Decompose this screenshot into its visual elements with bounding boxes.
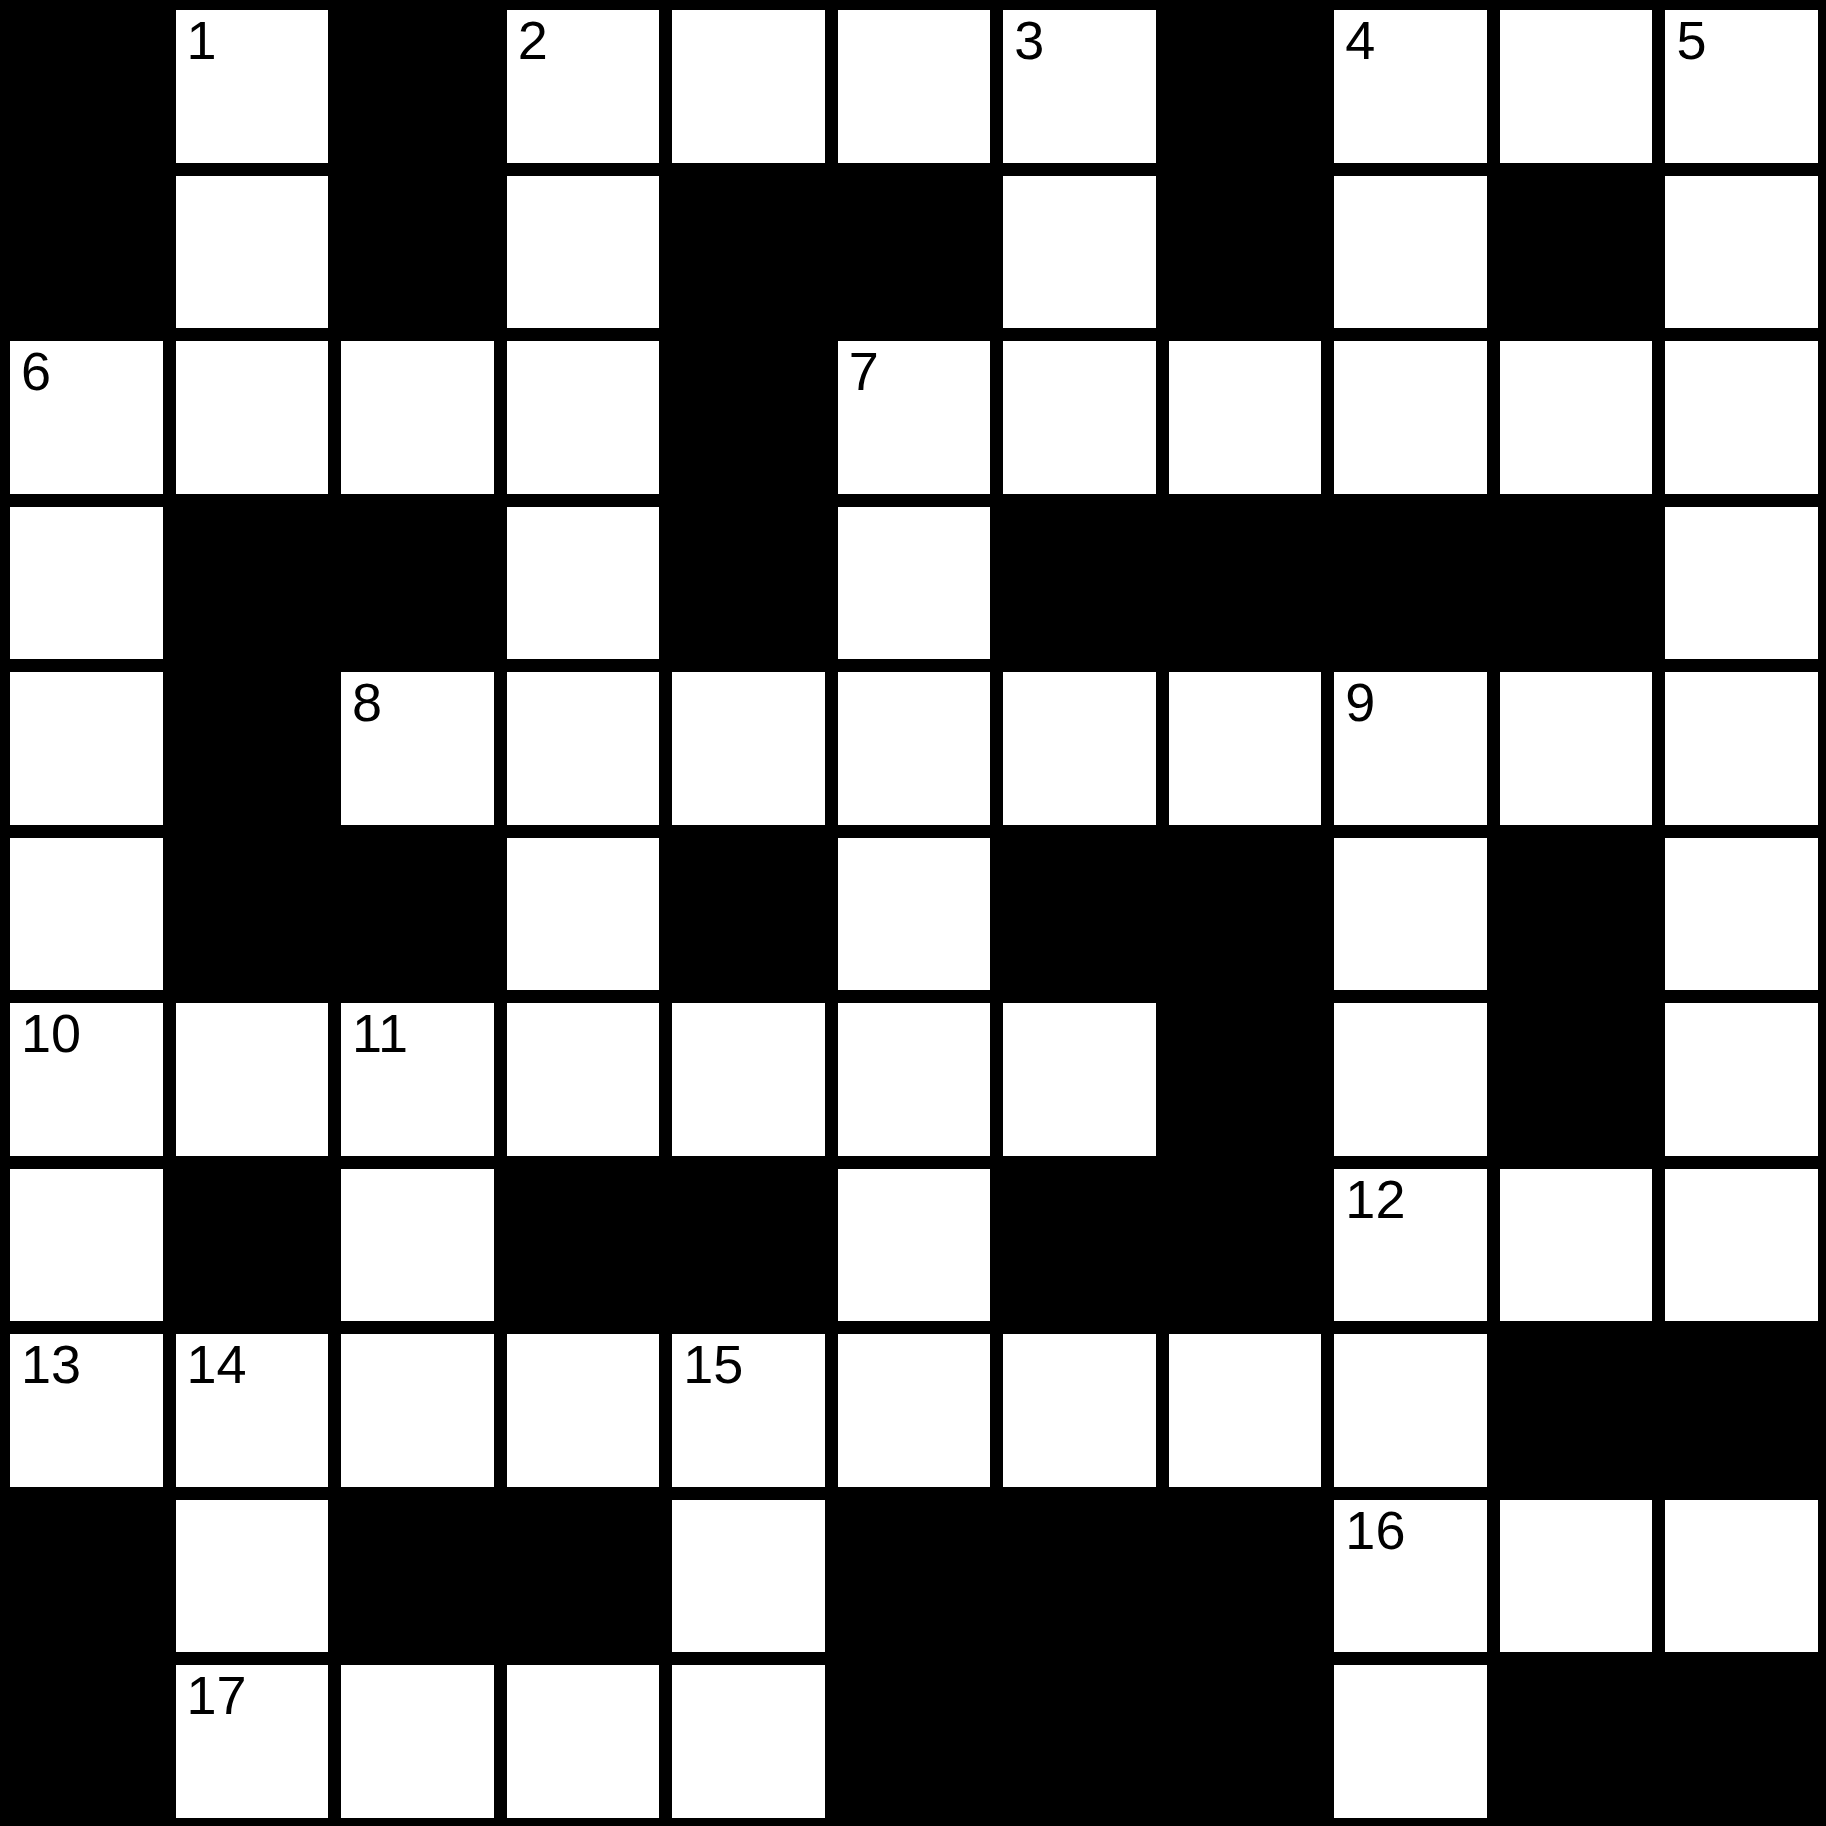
grid-cell[interactable]: 8 <box>341 672 494 825</box>
grid-cell[interactable] <box>1169 672 1322 825</box>
black-cell <box>1500 1665 1653 1818</box>
grid-cell[interactable]: 10 <box>10 1003 163 1156</box>
grid-cell[interactable] <box>10 838 163 991</box>
grid-cell[interactable]: 16 <box>1334 1500 1487 1653</box>
grid-cell[interactable] <box>1003 672 1156 825</box>
clue-number: 7 <box>849 343 879 400</box>
black-cell <box>10 10 163 163</box>
grid-cell[interactable]: 13 <box>10 1334 163 1487</box>
grid-cell[interactable] <box>10 672 163 825</box>
black-cell <box>10 176 163 329</box>
grid-cell[interactable]: 15 <box>672 1334 825 1487</box>
black-cell <box>1003 1665 1156 1818</box>
grid-cell[interactable] <box>1665 838 1818 991</box>
black-cell <box>1169 1665 1322 1818</box>
grid-cell[interactable] <box>1334 1334 1487 1487</box>
black-cell <box>1169 176 1322 329</box>
clue-number: 16 <box>1345 1502 1405 1559</box>
black-cell <box>1500 507 1653 660</box>
grid-cell[interactable]: 6 <box>10 341 163 494</box>
clue-number: 5 <box>1676 12 1706 69</box>
grid-cell[interactable]: 12 <box>1334 1169 1487 1322</box>
grid-cell[interactable] <box>1665 507 1818 660</box>
grid-cell[interactable] <box>672 1500 825 1653</box>
black-cell <box>1003 1169 1156 1322</box>
grid-cell[interactable] <box>838 838 991 991</box>
clue-number: 14 <box>187 1336 247 1393</box>
black-cell <box>838 176 991 329</box>
grid-cell[interactable] <box>1169 1334 1322 1487</box>
clue-number: 1 <box>187 12 217 69</box>
grid-cell[interactable] <box>1665 1500 1818 1653</box>
grid-cell[interactable]: 9 <box>1334 672 1487 825</box>
grid-cell[interactable] <box>1003 1334 1156 1487</box>
grid-cell[interactable] <box>176 1500 329 1653</box>
grid-cell[interactable] <box>1003 341 1156 494</box>
grid-cell[interactable] <box>1003 176 1156 329</box>
clue-number: 10 <box>21 1005 81 1062</box>
black-cell <box>672 1169 825 1322</box>
black-cell <box>176 838 329 991</box>
grid-cell[interactable] <box>341 1169 494 1322</box>
grid-cell[interactable] <box>507 341 660 494</box>
black-cell <box>672 838 825 991</box>
black-cell <box>672 507 825 660</box>
clue-number: 3 <box>1014 12 1044 69</box>
grid-cell[interactable]: 7 <box>838 341 991 494</box>
black-cell <box>1500 1334 1653 1487</box>
grid-cell[interactable] <box>176 341 329 494</box>
clue-number: 12 <box>1345 1171 1405 1228</box>
grid-cell[interactable] <box>1665 1169 1818 1322</box>
grid-cell[interactable] <box>838 672 991 825</box>
grid-cell[interactable] <box>672 1003 825 1156</box>
grid-cell[interactable] <box>672 10 825 163</box>
grid-cell[interactable] <box>1334 838 1487 991</box>
grid-cell[interactable]: 4 <box>1334 10 1487 163</box>
black-cell <box>1169 1003 1322 1156</box>
grid-cell[interactable] <box>1500 672 1653 825</box>
grid-cell[interactable]: 2 <box>507 10 660 163</box>
grid-cell[interactable] <box>176 1003 329 1156</box>
black-cell <box>176 672 329 825</box>
grid-cell[interactable] <box>1500 341 1653 494</box>
black-cell <box>1003 507 1156 660</box>
black-cell <box>176 1169 329 1322</box>
grid-cell[interactable] <box>341 341 494 494</box>
grid-cell[interactable] <box>1334 341 1487 494</box>
grid-cell[interactable] <box>507 176 660 329</box>
clue-number: 2 <box>518 12 548 69</box>
black-cell <box>1003 1500 1156 1653</box>
grid-cell[interactable] <box>1665 1003 1818 1156</box>
black-cell <box>507 1500 660 1653</box>
grid-cell[interactable] <box>10 507 163 660</box>
black-cell <box>1334 507 1487 660</box>
black-cell <box>672 341 825 494</box>
grid-cell[interactable] <box>1500 1500 1653 1653</box>
crossword-grid: 1234567891011121314151617 <box>0 0 1826 1826</box>
grid-cell[interactable] <box>507 838 660 991</box>
black-cell <box>507 1169 660 1322</box>
grid-cell[interactable] <box>507 507 660 660</box>
black-cell <box>176 507 329 660</box>
clue-number: 17 <box>187 1667 247 1724</box>
grid-cell[interactable] <box>1500 10 1653 163</box>
grid-cell[interactable] <box>838 1003 991 1156</box>
clue-number: 11 <box>352 1005 408 1062</box>
black-cell <box>1169 507 1322 660</box>
grid-cell[interactable] <box>507 1003 660 1156</box>
black-cell <box>1169 838 1322 991</box>
black-cell <box>1003 838 1156 991</box>
black-cell <box>1665 1334 1818 1487</box>
grid-cell[interactable]: 3 <box>1003 10 1156 163</box>
grid-cell[interactable] <box>507 1334 660 1487</box>
grid-cell[interactable] <box>1500 1169 1653 1322</box>
grid-cell[interactable] <box>10 1169 163 1322</box>
grid-cell[interactable] <box>672 1665 825 1818</box>
black-cell <box>1500 838 1653 991</box>
black-cell <box>838 1500 991 1653</box>
grid-cell[interactable] <box>838 1334 991 1487</box>
black-cell <box>341 176 494 329</box>
black-cell <box>672 176 825 329</box>
black-cell <box>10 1665 163 1818</box>
black-cell <box>341 1500 494 1653</box>
grid-cell[interactable] <box>341 1334 494 1487</box>
grid-cell[interactable] <box>1665 176 1818 329</box>
black-cell <box>1500 1003 1653 1156</box>
grid-cell[interactable] <box>672 672 825 825</box>
grid-cell[interactable]: 17 <box>176 1665 329 1818</box>
grid-cell[interactable] <box>1334 1665 1487 1818</box>
grid-cell[interactable]: 5 <box>1665 10 1818 163</box>
grid-cell[interactable] <box>1665 672 1818 825</box>
black-cell <box>1169 1500 1322 1653</box>
clue-number: 4 <box>1345 12 1375 69</box>
grid-cell[interactable]: 11 <box>341 1003 494 1156</box>
grid-cell[interactable] <box>507 1665 660 1818</box>
grid-cell[interactable] <box>838 10 991 163</box>
grid-cell[interactable]: 14 <box>176 1334 329 1487</box>
grid-cell[interactable] <box>1003 1003 1156 1156</box>
black-cell <box>1169 10 1322 163</box>
grid-cell[interactable] <box>1169 341 1322 494</box>
black-cell <box>341 10 494 163</box>
grid-cell[interactable] <box>176 176 329 329</box>
grid-cell[interactable] <box>1665 341 1818 494</box>
black-cell <box>1665 1665 1818 1818</box>
clue-number: 6 <box>21 343 51 400</box>
clue-number: 15 <box>683 1336 743 1393</box>
black-cell <box>10 1500 163 1653</box>
clue-number: 9 <box>1345 674 1375 731</box>
black-cell <box>341 507 494 660</box>
black-cell <box>1500 176 1653 329</box>
grid-cell[interactable] <box>507 672 660 825</box>
grid-cell[interactable] <box>341 1665 494 1818</box>
black-cell <box>1169 1169 1322 1322</box>
grid-cell[interactable] <box>1334 1003 1487 1156</box>
clue-number: 13 <box>21 1336 81 1393</box>
black-cell <box>341 838 494 991</box>
grid-cell[interactable] <box>838 1169 991 1322</box>
grid-cell[interactable] <box>838 507 991 660</box>
black-cell <box>838 1665 991 1818</box>
grid-cell[interactable]: 1 <box>176 10 329 163</box>
clue-number: 8 <box>352 674 382 731</box>
grid-cell[interactable] <box>1334 176 1487 329</box>
